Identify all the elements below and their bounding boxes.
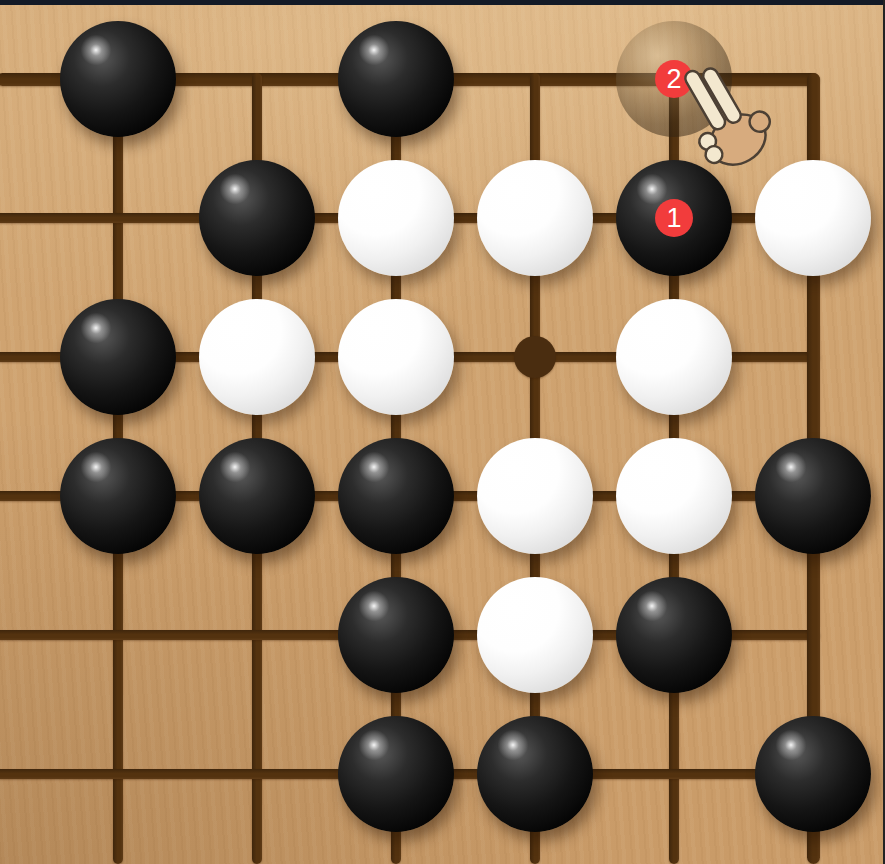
black-stone-E8 <box>199 160 315 276</box>
black-stone-F4 <box>338 716 454 832</box>
go-puzzle-screen: 12 <box>0 0 885 864</box>
star-point-G7 <box>514 336 556 378</box>
black-stone-F9 <box>338 21 454 137</box>
white-stone-F7 <box>338 299 454 415</box>
move-number-badge-1: 1 <box>655 199 693 237</box>
two-finger-tap-hand-icon[interactable] <box>671 63 763 175</box>
white-stone-G5 <box>477 577 593 693</box>
window-top-edge <box>0 0 885 5</box>
black-stone-D7 <box>60 299 176 415</box>
black-stone-G4 <box>477 716 593 832</box>
black-stone-J4 <box>755 716 871 832</box>
black-stone-E6 <box>199 438 315 554</box>
white-stone-G6 <box>477 438 593 554</box>
black-stone-F6 <box>338 438 454 554</box>
black-stone-J6 <box>755 438 871 554</box>
black-stone-F5 <box>338 577 454 693</box>
white-stone-E7 <box>199 299 315 415</box>
white-stone-F8 <box>338 160 454 276</box>
black-stone-D6 <box>60 438 176 554</box>
white-stone-G8 <box>477 160 593 276</box>
white-stone-H7 <box>616 299 732 415</box>
white-stone-H6 <box>616 438 732 554</box>
black-stone-D9 <box>60 21 176 137</box>
white-stone-J8 <box>755 160 871 276</box>
black-stone-H5 <box>616 577 732 693</box>
